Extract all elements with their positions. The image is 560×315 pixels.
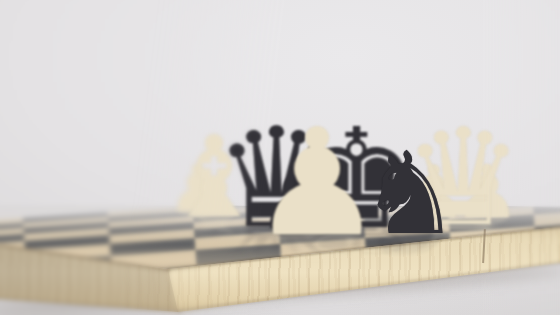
photo-scene: ♟♟♝♝♛♛♟♟♟♟♚♚♞♞♟♟♛♛♟♟	[0, 0, 560, 315]
